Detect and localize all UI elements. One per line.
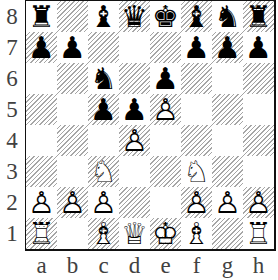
square-h6[interactable] [243,63,274,94]
square-g1[interactable] [212,218,243,249]
rank-label-1: 1 [0,218,24,249]
rank-label-2: 2 [0,187,24,218]
square-d6[interactable] [119,63,150,94]
file-label-h: h [243,253,274,279]
file-label-f: f [181,253,212,279]
square-f3[interactable]: ♞♘ [181,156,212,187]
piece-black-king[interactable]: ♚ [150,1,181,32]
square-a6[interactable] [26,63,57,94]
square-d8[interactable]: ♛ [119,1,150,32]
file-label-b: b [57,253,88,279]
rank-label-5: 5 [0,94,24,125]
square-b6[interactable] [57,63,88,94]
piece-black-pawn[interactable]: ♟ [26,32,57,63]
file-label-d: d [119,253,150,279]
square-h2[interactable]: ♟♙ [243,187,274,218]
square-a5[interactable] [26,94,57,125]
piece-white-king[interactable]: ♔ [150,218,181,249]
square-d3[interactable] [119,156,150,187]
square-c2[interactable]: ♟♙ [88,187,119,218]
square-b3[interactable] [57,156,88,187]
square-a2[interactable]: ♟♙ [26,187,57,218]
piece-black-rook[interactable]: ♜ [243,1,274,32]
square-h8[interactable]: ♜ [243,1,274,32]
square-b8[interactable] [57,1,88,32]
file-label-e: e [150,253,181,279]
piece-black-pawn[interactable]: ♟ [88,94,119,125]
piece-white-pawn[interactable]: ♙ [212,187,243,218]
piece-black-rook[interactable]: ♜ [26,1,57,32]
square-c5[interactable]: ♟ [88,94,119,125]
square-h3[interactable] [243,156,274,187]
square-c8[interactable]: ♝ [88,1,119,32]
square-d5[interactable]: ♟ [119,94,150,125]
rank-labels: 8 7 6 5 4 3 2 1 [0,1,24,249]
square-e3[interactable] [150,156,181,187]
square-g4[interactable] [212,125,243,156]
square-g8[interactable]: ♞ [212,1,243,32]
piece-white-pawn[interactable]: ♙ [181,187,212,218]
square-a1[interactable]: ♜♖ [26,218,57,249]
piece-white-pawn[interactable]: ♙ [88,187,119,218]
square-e2[interactable] [150,187,181,218]
square-a7[interactable]: ♟ [26,32,57,63]
piece-white-bishop[interactable]: ♗ [88,218,119,249]
piece-white-pawn[interactable]: ♙ [150,94,181,125]
piece-white-knight[interactable]: ♘ [181,156,212,187]
chess-diagram: 8 7 6 5 4 3 2 1 ♜♝♛♚♝♞♜♟♟♟♟♟♞♟♟♟♟♙♟♙♞♘♞♘… [0,0,278,280]
file-label-c: c [88,253,119,279]
rank-label-7: 7 [0,32,24,63]
piece-white-queen[interactable]: ♕ [119,218,150,249]
piece-white-pawn[interactable]: ♙ [119,125,150,156]
piece-black-bishop[interactable]: ♝ [181,1,212,32]
square-g5[interactable] [212,94,243,125]
square-f6[interactable] [181,63,212,94]
piece-black-pawn[interactable]: ♟ [57,32,88,63]
chess-board: ♜♝♛♚♝♞♜♟♟♟♟♟♞♟♟♟♟♙♟♙♞♘♞♘♟♙♟♙♟♙♟♙♟♙♟♙♜♖♝♗… [25,0,276,251]
piece-black-pawn[interactable]: ♟ [181,32,212,63]
square-b2[interactable]: ♟♙ [57,187,88,218]
square-h7[interactable]: ♟ [243,32,274,63]
square-h1[interactable]: ♜♖ [243,218,274,249]
square-a4[interactable] [26,125,57,156]
square-e5[interactable]: ♟♙ [150,94,181,125]
piece-white-pawn[interactable]: ♙ [26,187,57,218]
square-c4[interactable] [88,125,119,156]
square-e4[interactable] [150,125,181,156]
rank-label-3: 3 [0,156,24,187]
square-b7[interactable]: ♟ [57,32,88,63]
square-f1[interactable]: ♝♗ [181,218,212,249]
piece-white-pawn[interactable]: ♙ [57,187,88,218]
piece-black-pawn[interactable]: ♟ [243,32,274,63]
file-labels: a b c d e f g h [26,253,274,279]
file-label-a: a [26,253,57,279]
square-e6[interactable]: ♟ [150,63,181,94]
piece-black-queen[interactable]: ♛ [119,1,150,32]
square-e1[interactable]: ♚♔ [150,218,181,249]
square-c6[interactable]: ♞ [88,63,119,94]
piece-black-knight[interactable]: ♞ [212,1,243,32]
piece-black-pawn[interactable]: ♟ [150,63,181,94]
square-f8[interactable]: ♝ [181,1,212,32]
piece-black-bishop[interactable]: ♝ [88,1,119,32]
square-a3[interactable] [26,156,57,187]
piece-white-rook[interactable]: ♖ [26,218,57,249]
square-f7[interactable]: ♟ [181,32,212,63]
rank-label-8: 8 [0,1,24,32]
piece-white-knight[interactable]: ♘ [88,156,119,187]
piece-white-pawn[interactable]: ♙ [243,187,274,218]
piece-black-knight[interactable]: ♞ [88,63,119,94]
rank-label-4: 4 [0,125,24,156]
square-d7[interactable] [119,32,150,63]
square-b4[interactable] [57,125,88,156]
rank-label-6: 6 [0,63,24,94]
piece-white-bishop[interactable]: ♗ [181,218,212,249]
square-d4[interactable]: ♟♙ [119,125,150,156]
square-f4[interactable] [181,125,212,156]
square-c1[interactable]: ♝♗ [88,218,119,249]
square-g3[interactable] [212,156,243,187]
square-d2[interactable] [119,187,150,218]
square-h5[interactable] [243,94,274,125]
square-b1[interactable] [57,218,88,249]
square-g6[interactable] [212,63,243,94]
square-e8[interactable]: ♚ [150,1,181,32]
square-f5[interactable] [181,94,212,125]
piece-black-pawn[interactable]: ♟ [212,32,243,63]
square-a8[interactable]: ♜ [26,1,57,32]
piece-white-rook[interactable]: ♖ [243,218,274,249]
square-e7[interactable] [150,32,181,63]
square-g7[interactable]: ♟ [212,32,243,63]
file-label-g: g [212,253,243,279]
square-c7[interactable] [88,32,119,63]
square-b5[interactable] [57,94,88,125]
square-f2[interactable]: ♟♙ [181,187,212,218]
square-h4[interactable] [243,125,274,156]
square-g2[interactable]: ♟♙ [212,187,243,218]
square-d1[interactable]: ♛♕ [119,218,150,249]
piece-black-pawn[interactable]: ♟ [119,94,150,125]
square-c3[interactable]: ♞♘ [88,156,119,187]
